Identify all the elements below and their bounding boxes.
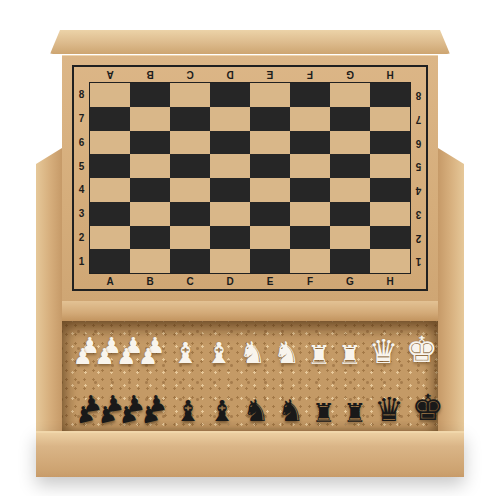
square-a5 (90, 154, 130, 178)
square-f3 (290, 202, 330, 226)
square-b3 (130, 202, 170, 226)
black-king: ♚ (412, 390, 444, 426)
square-a4 (90, 178, 130, 202)
rank-label: 8 (74, 83, 89, 107)
square-f5 (290, 154, 330, 178)
square-c7 (170, 107, 210, 131)
rank-label: 7 (411, 107, 426, 131)
file-label: D (210, 274, 250, 289)
square-b2 (130, 226, 170, 250)
file-label: F (290, 274, 330, 289)
rank-label: 7 (74, 107, 89, 131)
square-d8 (210, 83, 250, 107)
square-d6 (210, 131, 250, 155)
square-a3 (90, 202, 130, 226)
square-h1 (370, 249, 410, 273)
square-f1 (290, 249, 330, 273)
square-g6 (330, 131, 370, 155)
rank-label: 6 (411, 131, 426, 155)
file-label: H (370, 274, 410, 289)
square-e7 (250, 107, 290, 131)
file-label: B (130, 67, 170, 82)
black-pawn-cluster: ♟♟♟♟♟♟♟♟ (82, 393, 167, 426)
square-b8 (130, 83, 170, 107)
square-a6 (90, 131, 130, 155)
file-label: H (370, 67, 410, 82)
white-rook: ♜ (338, 342, 361, 368)
square-e3 (250, 202, 290, 226)
square-f2 (290, 226, 330, 250)
square-d7 (210, 107, 250, 131)
square-f6 (290, 131, 330, 155)
white-pawn-row: ♟♟♟♟ (73, 346, 165, 368)
square-e2 (250, 226, 290, 250)
white-king: ♚ (406, 332, 438, 368)
square-a8 (90, 83, 130, 107)
file-label: A (90, 274, 130, 289)
black-knight: ♞ (242, 396, 269, 426)
square-h7 (370, 107, 410, 131)
rank-label: 6 (74, 131, 89, 155)
chess-box: ABCDEFGH ABCDEFGH 87654321 87654321 ♟♟♟♟… (36, 30, 464, 477)
file-label: G (330, 67, 370, 82)
black-pawn: ♟ (73, 402, 97, 428)
square-c2 (170, 226, 210, 250)
white-pawn: ♟ (116, 346, 136, 368)
square-g2 (330, 226, 370, 250)
rank-label: 5 (74, 154, 89, 178)
square-b1 (130, 249, 170, 273)
rank-label: 3 (74, 202, 89, 226)
square-e1 (250, 249, 290, 273)
file-label: B (130, 274, 170, 289)
rank-label: 4 (411, 178, 426, 202)
square-a1 (90, 249, 130, 273)
rank-label: 1 (74, 249, 89, 273)
square-b4 (130, 178, 170, 202)
square-h2 (370, 226, 410, 250)
file-label: C (170, 274, 210, 289)
file-label: F (290, 67, 330, 82)
square-e6 (250, 131, 290, 155)
black-rook: ♜ (343, 400, 366, 426)
square-h6 (370, 131, 410, 155)
rank-label: 8 (411, 83, 426, 107)
file-label: E (250, 67, 290, 82)
square-f4 (290, 178, 330, 202)
square-c5 (170, 154, 210, 178)
square-g1 (330, 249, 370, 273)
files-bottom: ABCDEFGH (90, 274, 410, 289)
left-side-rail (36, 148, 62, 431)
black-rook: ♜ (312, 400, 335, 426)
ranks-right: 87654321 (411, 83, 426, 273)
file-label: E (250, 274, 290, 289)
square-e5 (250, 154, 290, 178)
square-g4 (330, 178, 370, 202)
square-d5 (210, 154, 250, 178)
black-pawn-row: ♟♟♟♟ (75, 404, 167, 426)
board-panel: ABCDEFGH ABCDEFGH 87654321 87654321 (62, 55, 438, 301)
rank-label: 5 (411, 154, 426, 178)
black-knight: ♞ (277, 396, 304, 426)
white-bishop: ♝ (172, 339, 198, 368)
white-rook: ♜ (307, 342, 330, 368)
square-c8 (170, 83, 210, 107)
black-bishop: ♝ (175, 397, 201, 426)
square-h8 (370, 83, 410, 107)
square-d2 (210, 226, 250, 250)
square-a2 (90, 226, 130, 250)
square-h3 (370, 202, 410, 226)
square-e4 (250, 178, 290, 202)
square-c3 (170, 202, 210, 226)
square-g7 (330, 107, 370, 131)
file-label: G (330, 274, 370, 289)
square-b6 (130, 131, 170, 155)
white-knight: ♞ (273, 338, 300, 368)
rank-label: 2 (411, 226, 426, 250)
square-c4 (170, 178, 210, 202)
square-b7 (130, 107, 170, 131)
white-pawn-cluster: ♟♟♟♟♟♟♟♟ (80, 335, 165, 368)
black-bishop: ♝ (209, 397, 235, 426)
white-knight: ♞ (239, 338, 266, 368)
printed-board: ABCDEFGH ABCDEFGH 87654321 87654321 (72, 65, 428, 291)
square-a7 (90, 107, 130, 131)
square-g5 (330, 154, 370, 178)
file-label: C (170, 67, 210, 82)
files-top: ABCDEFGH (90, 67, 410, 82)
drawer-front (36, 431, 464, 477)
white-pawn: ♟ (95, 346, 115, 368)
white-pieces-row: ♟♟♟♟♟♟♟♟ ♝♝♞♞♜♜♛♚ (80, 322, 438, 368)
square-b5 (130, 154, 170, 178)
rank-label: 1 (411, 249, 426, 273)
square-h5 (370, 154, 410, 178)
square-d4 (210, 178, 250, 202)
rank-label: 3 (411, 202, 426, 226)
square-e8 (250, 83, 290, 107)
square-g3 (330, 202, 370, 226)
white-queen: ♛ (369, 335, 399, 368)
file-label: A (90, 67, 130, 82)
white-pawn: ♟ (138, 346, 158, 368)
square-d1 (210, 249, 250, 273)
white-pawn: ♟ (73, 346, 93, 368)
file-label: D (210, 67, 250, 82)
black-pieces-row: ♟♟♟♟♟♟♟♟ ♝♝♞♞♜♜♛♚ (82, 366, 444, 426)
ranks-left: 87654321 (74, 83, 89, 273)
square-f8 (290, 83, 330, 107)
product-photo: ABCDEFGH ABCDEFGH 87654321 87654321 ♟♟♟♟… (0, 0, 500, 496)
square-f7 (290, 107, 330, 131)
square-h4 (370, 178, 410, 202)
black-queen: ♛ (374, 393, 404, 426)
rank-label: 2 (74, 226, 89, 250)
square-d3 (210, 202, 250, 226)
board-grid (89, 82, 411, 274)
square-c1 (170, 249, 210, 273)
rank-label: 4 (74, 178, 89, 202)
box-lid-rail (50, 30, 450, 54)
board-front-edge (62, 301, 438, 322)
white-bishop: ♝ (206, 339, 232, 368)
square-c6 (170, 131, 210, 155)
square-g8 (330, 83, 370, 107)
